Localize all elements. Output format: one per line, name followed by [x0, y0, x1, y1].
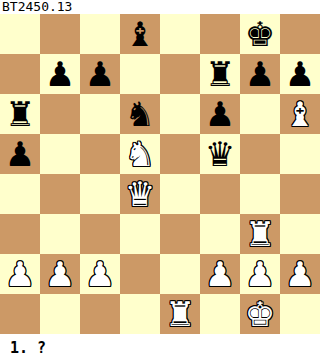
square-g1[interactable]: ♚ [240, 294, 280, 334]
puzzle-id: BT2450.13 [2, 0, 72, 14]
piece-black-rook: ♜ [5, 94, 35, 134]
square-b6[interactable] [40, 94, 80, 134]
piece-black-queen: ♛ [205, 134, 235, 174]
piece-white-pawn: ♟ [205, 254, 235, 294]
piece-black-pawn: ♟ [285, 54, 315, 94]
square-e1[interactable]: ♜ [160, 294, 200, 334]
square-h3[interactable] [280, 214, 320, 254]
piece-white-pawn: ♟ [45, 254, 75, 294]
square-f4[interactable] [200, 174, 240, 214]
square-c6[interactable] [80, 94, 120, 134]
piece-white-knight: ♞ [125, 134, 155, 174]
chess-board: ♝♚♟♟♜♟♟♜♞♟♝♟♞♛♛♜♟♟♟♟♟♟♜♚ [0, 14, 320, 334]
square-f7[interactable]: ♜ [200, 54, 240, 94]
piece-white-rook: ♜ [245, 214, 275, 254]
square-f5[interactable]: ♛ [200, 134, 240, 174]
square-d8[interactable]: ♝ [120, 14, 160, 54]
square-g2[interactable]: ♟ [240, 254, 280, 294]
piece-black-king: ♚ [245, 14, 275, 54]
square-d4[interactable]: ♛ [120, 174, 160, 214]
square-e6[interactable] [160, 94, 200, 134]
square-e3[interactable] [160, 214, 200, 254]
footer: 1. ? [0, 334, 320, 360]
square-h6[interactable]: ♝ [280, 94, 320, 134]
square-e5[interactable] [160, 134, 200, 174]
square-a1[interactable] [0, 294, 40, 334]
square-d5[interactable]: ♞ [120, 134, 160, 174]
piece-black-pawn: ♟ [205, 94, 235, 134]
piece-black-pawn: ♟ [45, 54, 75, 94]
square-c2[interactable]: ♟ [80, 254, 120, 294]
square-h5[interactable] [280, 134, 320, 174]
square-a6[interactable]: ♜ [0, 94, 40, 134]
piece-white-rook: ♜ [165, 294, 195, 334]
piece-white-pawn: ♟ [285, 254, 315, 294]
square-h2[interactable]: ♟ [280, 254, 320, 294]
piece-white-bishop: ♝ [285, 94, 315, 134]
piece-white-pawn: ♟ [5, 254, 35, 294]
square-h8[interactable] [280, 14, 320, 54]
header: BT2450.13 [0, 0, 320, 14]
square-g4[interactable] [240, 174, 280, 214]
chess-app: BT2450.13 ♝♚♟♟♜♟♟♜♞♟♝♟♞♛♛♜♟♟♟♟♟♟♜♚ 1. ? [0, 0, 320, 360]
square-d3[interactable] [120, 214, 160, 254]
piece-black-pawn: ♟ [85, 54, 115, 94]
piece-white-queen: ♛ [125, 174, 155, 214]
square-a5[interactable]: ♟ [0, 134, 40, 174]
piece-white-pawn: ♟ [85, 254, 115, 294]
square-h4[interactable] [280, 174, 320, 214]
piece-black-knight: ♞ [125, 94, 155, 134]
square-c3[interactable] [80, 214, 120, 254]
square-e2[interactable] [160, 254, 200, 294]
piece-white-pawn: ♟ [245, 254, 275, 294]
square-g5[interactable] [240, 134, 280, 174]
square-h1[interactable] [280, 294, 320, 334]
square-e4[interactable] [160, 174, 200, 214]
square-f1[interactable] [200, 294, 240, 334]
piece-black-pawn: ♟ [245, 54, 275, 94]
piece-black-rook: ♜ [205, 54, 235, 94]
square-d6[interactable]: ♞ [120, 94, 160, 134]
square-g7[interactable]: ♟ [240, 54, 280, 94]
square-c1[interactable] [80, 294, 120, 334]
square-f3[interactable] [200, 214, 240, 254]
square-a4[interactable] [0, 174, 40, 214]
square-b3[interactable] [40, 214, 80, 254]
square-h7[interactable]: ♟ [280, 54, 320, 94]
square-b2[interactable]: ♟ [40, 254, 80, 294]
square-b8[interactable] [40, 14, 80, 54]
square-c7[interactable]: ♟ [80, 54, 120, 94]
square-f6[interactable]: ♟ [200, 94, 240, 134]
square-a8[interactable] [0, 14, 40, 54]
square-b5[interactable] [40, 134, 80, 174]
square-d1[interactable] [120, 294, 160, 334]
piece-black-bishop: ♝ [125, 14, 155, 54]
square-a3[interactable] [0, 214, 40, 254]
square-f8[interactable] [200, 14, 240, 54]
square-c5[interactable] [80, 134, 120, 174]
square-g3[interactable]: ♜ [240, 214, 280, 254]
square-a2[interactable]: ♟ [0, 254, 40, 294]
square-d7[interactable] [120, 54, 160, 94]
square-f2[interactable]: ♟ [200, 254, 240, 294]
square-e8[interactable] [160, 14, 200, 54]
piece-black-pawn: ♟ [5, 134, 35, 174]
move-prompt: 1. ? [10, 339, 46, 357]
square-b7[interactable]: ♟ [40, 54, 80, 94]
square-e7[interactable] [160, 54, 200, 94]
square-a7[interactable] [0, 54, 40, 94]
square-g8[interactable]: ♚ [240, 14, 280, 54]
square-b4[interactable] [40, 174, 80, 214]
square-d2[interactable] [120, 254, 160, 294]
square-c4[interactable] [80, 174, 120, 214]
piece-white-king: ♚ [245, 294, 275, 334]
square-g6[interactable] [240, 94, 280, 134]
square-b1[interactable] [40, 294, 80, 334]
square-c8[interactable] [80, 14, 120, 54]
